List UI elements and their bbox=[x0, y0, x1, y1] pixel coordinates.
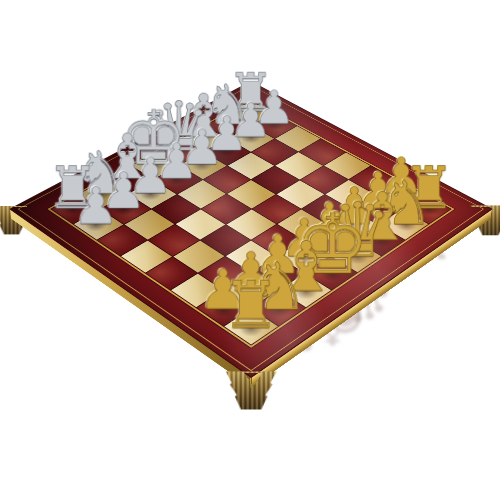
rook-glyph: ♜ bbox=[222, 273, 280, 338]
chess-board: ♜♞♝♛♚♝♞♜♟♟♟♟♟♟♟♟♟♟♟♟♟♟♟♟♜♜♞♞♝♝♛♛♚♚♝♝♞♞♜♜ bbox=[9, 81, 493, 378]
pawn-glyph: ♟ bbox=[73, 181, 118, 232]
scene-3d: ♜♞♝♛♚♝♞♜♟♟♟♟♟♟♟♟♟♟♟♟♟♟♟♟♜♜♞♞♝♝♛♛♚♚♝♝♞♞♜♜ bbox=[0, 0, 500, 500]
chess-set-product-photo: ♜♞♝♛♚♝♞♜♟♟♟♟♟♟♟♟♟♟♟♟♟♟♟♟♜♜♞♞♝♝♛♛♚♚♝♝♞♞♜♜ bbox=[0, 0, 500, 500]
